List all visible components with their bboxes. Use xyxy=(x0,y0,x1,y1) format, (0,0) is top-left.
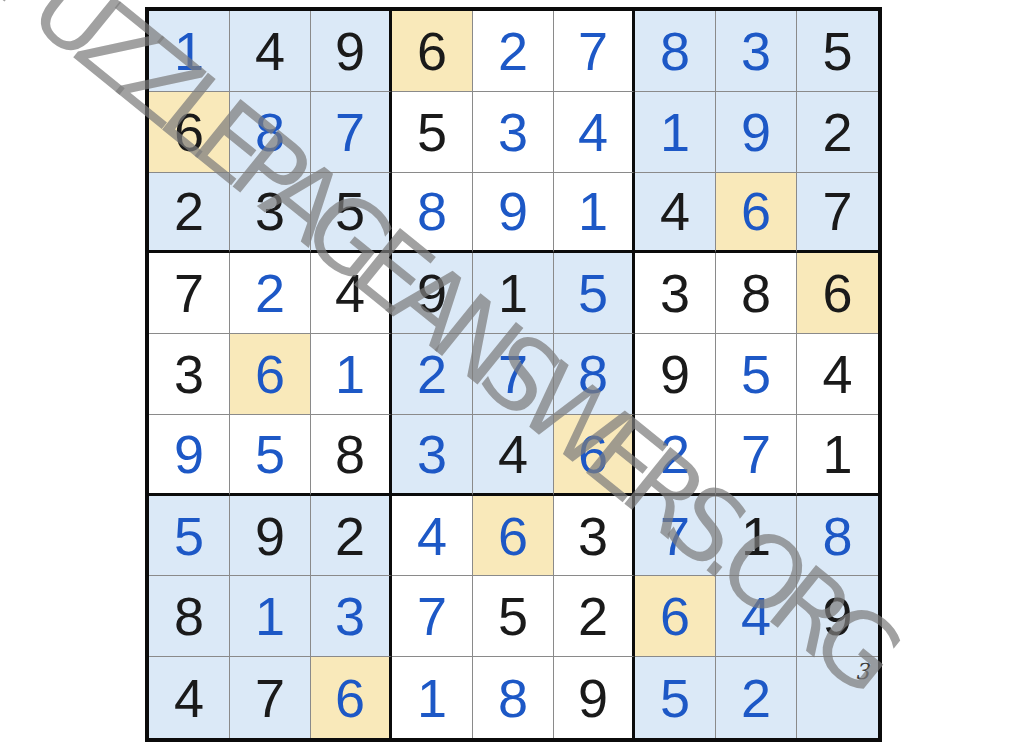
cell-digit: 5 xyxy=(174,509,204,563)
sudoku-cell-r1c1[interactable]: 1 xyxy=(149,11,230,92)
sudoku-cell-r1c9[interactable]: 5 xyxy=(797,11,878,92)
sudoku-cell-r8c8[interactable]: 4 xyxy=(716,576,797,657)
sudoku-cell-r4c5[interactable]: 1 xyxy=(473,253,554,334)
sudoku-cell-r3c8[interactable]: 6 xyxy=(716,173,797,254)
sudoku-cell-r7c4[interactable]: 4 xyxy=(392,496,473,577)
cell-digit: 9 xyxy=(578,671,608,725)
sudoku-cell-r8c7[interactable]: 6 xyxy=(635,576,716,657)
sudoku-cell-r4c8[interactable]: 8 xyxy=(716,253,797,334)
cell-digit: 8 xyxy=(822,509,852,563)
cell-digit: 4 xyxy=(335,266,365,320)
cell-digit: 8 xyxy=(498,671,528,725)
sudoku-cell-r5c3[interactable]: 1 xyxy=(311,334,392,415)
cell-digit: 9 xyxy=(255,509,285,563)
cell-digit: 2 xyxy=(417,347,447,401)
cell-digit: 5 xyxy=(255,427,285,481)
sudoku-cell-r6c5[interactable]: 4 xyxy=(473,415,554,496)
sudoku-cell-r9c5[interactable]: 8 xyxy=(473,657,554,738)
cell-digit: 1 xyxy=(578,184,608,238)
sudoku-cell-r7c2[interactable]: 9 xyxy=(230,496,311,577)
cell-digit: 2 xyxy=(578,589,608,643)
sudoku-cell-r4c4[interactable]: 9 xyxy=(392,253,473,334)
cell-digit: 9 xyxy=(498,184,528,238)
cell-digit: 6 xyxy=(498,509,528,563)
sudoku-cell-r9c8[interactable]: 2 xyxy=(716,657,797,738)
cell-digit: 1 xyxy=(822,427,852,481)
sudoku-cell-r1c3[interactable]: 9 xyxy=(311,11,392,92)
sudoku-cell-r7c5[interactable]: 6 xyxy=(473,496,554,577)
sudoku-cell-r2c7[interactable]: 1 xyxy=(635,92,716,173)
cell-digit: 7 xyxy=(174,266,204,320)
cell-digit: 8 xyxy=(417,184,447,238)
sudoku-cell-r8c1[interactable]: 8 xyxy=(149,576,230,657)
cell-digit: 2 xyxy=(498,24,528,78)
sudoku-cell-r9c6[interactable]: 9 xyxy=(554,657,635,738)
sudoku-cell-r9c1[interactable]: 4 xyxy=(149,657,230,738)
cell-digit: 7 xyxy=(578,24,608,78)
cell-digit: 1 xyxy=(335,347,365,401)
cell-digit: 9 xyxy=(174,427,204,481)
sudoku-cell-r7c9[interactable]: 8 xyxy=(797,496,878,577)
cell-digit: 6 xyxy=(822,266,852,320)
sudoku-cell-r5c5[interactable]: 7 xyxy=(473,334,554,415)
sudoku-cell-r5c1[interactable]: 3 xyxy=(149,334,230,415)
sudoku-cell-r2c2[interactable]: 8 xyxy=(230,92,311,173)
cell-digit: 2 xyxy=(174,184,204,238)
cell-digit: 8 xyxy=(174,589,204,643)
sudoku-cell-r1c6[interactable]: 7 xyxy=(554,11,635,92)
cell-digit: 3 xyxy=(174,347,204,401)
sudoku-cell-r9c9[interactable]: 3 xyxy=(797,657,878,738)
sudoku-cell-r9c2[interactable]: 7 xyxy=(230,657,311,738)
sudoku-cell-r4c9[interactable]: 6 xyxy=(797,253,878,334)
cell-digit: 1 xyxy=(498,266,528,320)
cell-digit: 2 xyxy=(741,671,771,725)
cell-digit: 7 xyxy=(335,105,365,159)
cell-digit: 6 xyxy=(578,427,608,481)
page: 1496278356875341922358914677249153863612… xyxy=(0,0,1024,749)
cell-digit: 8 xyxy=(660,24,690,78)
sudoku-cell-r6c9[interactable]: 1 xyxy=(797,415,878,496)
sudoku-cell-r3c3[interactable]: 5 xyxy=(311,173,392,254)
cell-digit: 4 xyxy=(498,427,528,481)
cell-digit: 4 xyxy=(255,24,285,78)
pencil-mark: 3 xyxy=(855,661,869,683)
cell-digit: 1 xyxy=(660,105,690,159)
sudoku-cell-r3c9[interactable]: 7 xyxy=(797,173,878,254)
cell-digit: 5 xyxy=(741,347,771,401)
cell-digit: 8 xyxy=(741,266,771,320)
sudoku-cell-r3c6[interactable]: 1 xyxy=(554,173,635,254)
sudoku-cell-r4c6[interactable]: 5 xyxy=(554,253,635,334)
sudoku-cell-r6c7[interactable]: 2 xyxy=(635,415,716,496)
sudoku-cell-r3c4[interactable]: 8 xyxy=(392,173,473,254)
cell-digit: 2 xyxy=(660,427,690,481)
cell-digit: 1 xyxy=(174,24,204,78)
cell-digit: 9 xyxy=(741,105,771,159)
cell-digit: 3 xyxy=(255,184,285,238)
cell-digit: 3 xyxy=(335,589,365,643)
cell-digit: 6 xyxy=(417,24,447,78)
cell-digit: 6 xyxy=(335,671,365,725)
cell-digit: 8 xyxy=(578,347,608,401)
cell-digit: 4 xyxy=(660,184,690,238)
sudoku-cell-r8c5[interactable]: 5 xyxy=(473,576,554,657)
cell-digit: 1 xyxy=(417,671,447,725)
sudoku-cell-r3c7[interactable]: 4 xyxy=(635,173,716,254)
cell-digit: 4 xyxy=(741,589,771,643)
sudoku-cell-r8c6[interactable]: 2 xyxy=(554,576,635,657)
cell-digit: 6 xyxy=(741,184,771,238)
sudoku-cell-r2c3[interactable]: 7 xyxy=(311,92,392,173)
sudoku-cell-r1c7[interactable]: 8 xyxy=(635,11,716,92)
cell-digit: 7 xyxy=(660,509,690,563)
sudoku-cell-r8c9[interactable]: 9 xyxy=(797,576,878,657)
sudoku-cell-r5c6[interactable]: 8 xyxy=(554,334,635,415)
sudoku-cell-r7c1[interactable]: 5 xyxy=(149,496,230,577)
sudoku-cell-r2c4[interactable]: 5 xyxy=(392,92,473,173)
sudoku-cell-r5c8[interactable]: 5 xyxy=(716,334,797,415)
sudoku-cell-r1c8[interactable]: 3 xyxy=(716,11,797,92)
sudoku-cell-r6c6[interactable]: 6 xyxy=(554,415,635,496)
sudoku-cell-r7c6[interactable]: 3 xyxy=(554,496,635,577)
cell-digit: 7 xyxy=(417,589,447,643)
sudoku-cell-r9c3[interactable]: 6 xyxy=(311,657,392,738)
cell-digit: 2 xyxy=(822,105,852,159)
cell-digit: 3 xyxy=(660,266,690,320)
cell-digit: 9 xyxy=(417,266,447,320)
sudoku-cell-r4c1[interactable]: 7 xyxy=(149,253,230,334)
cell-digit: 7 xyxy=(255,671,285,725)
cell-digit: 1 xyxy=(741,509,771,563)
sudoku-cell-r6c2[interactable]: 5 xyxy=(230,415,311,496)
cell-digit: 6 xyxy=(255,347,285,401)
sudoku-cell-r5c9[interactable]: 4 xyxy=(797,334,878,415)
cell-digit: 9 xyxy=(822,589,852,643)
sudoku-cell-r8c4[interactable]: 7 xyxy=(392,576,473,657)
cell-digit: 8 xyxy=(335,427,365,481)
cell-digit: 7 xyxy=(741,427,771,481)
cell-digit: 4 xyxy=(578,105,608,159)
cell-digit: 5 xyxy=(417,105,447,159)
cell-digit: 2 xyxy=(255,266,285,320)
sudoku-cell-r7c7[interactable]: 7 xyxy=(635,496,716,577)
cell-digit: 4 xyxy=(822,347,852,401)
cell-digit: 1 xyxy=(255,589,285,643)
cell-digit: 7 xyxy=(498,347,528,401)
sudoku-cell-r6c1[interactable]: 9 xyxy=(149,415,230,496)
sudoku-cell-r7c8[interactable]: 1 xyxy=(716,496,797,577)
sudoku-cell-r2c8[interactable]: 9 xyxy=(716,92,797,173)
sudoku-cell-r4c2[interactable]: 2 xyxy=(230,253,311,334)
cell-digit: 2 xyxy=(335,509,365,563)
cell-digit: 3 xyxy=(498,105,528,159)
sudoku-cell-r4c7[interactable]: 3 xyxy=(635,253,716,334)
sudoku-cell-r5c2[interactable]: 6 xyxy=(230,334,311,415)
sudoku-cell-r2c5[interactable]: 3 xyxy=(473,92,554,173)
sudoku-cell-r6c8[interactable]: 7 xyxy=(716,415,797,496)
cell-digit: 4 xyxy=(417,509,447,563)
cell-digit: 5 xyxy=(498,589,528,643)
cell-digit: 3 xyxy=(417,427,447,481)
sudoku-cell-r8c3[interactable]: 3 xyxy=(311,576,392,657)
sudoku-cell-r3c2[interactable]: 3 xyxy=(230,173,311,254)
sudoku-cell-r2c6[interactable]: 4 xyxy=(554,92,635,173)
sudoku-cell-r3c5[interactable]: 9 xyxy=(473,173,554,254)
sudoku-cell-r5c7[interactable]: 9 xyxy=(635,334,716,415)
cell-digit: 6 xyxy=(174,105,204,159)
cell-digit: 4 xyxy=(174,671,204,725)
sudoku-board: 1496278356875341922358914677249153863612… xyxy=(145,7,882,742)
sudoku-cell-r8c2[interactable]: 1 xyxy=(230,576,311,657)
sudoku-cell-r1c5[interactable]: 2 xyxy=(473,11,554,92)
cell-digit: 8 xyxy=(255,105,285,159)
sudoku-cell-r7c3[interactable]: 2 xyxy=(311,496,392,577)
cell-digit: 3 xyxy=(578,509,608,563)
sudoku-cell-r6c4[interactable]: 3 xyxy=(392,415,473,496)
sudoku-cell-r1c4[interactable]: 6 xyxy=(392,11,473,92)
cell-digit: 5 xyxy=(660,671,690,725)
sudoku-cell-r2c9[interactable]: 2 xyxy=(797,92,878,173)
cell-digit: 7 xyxy=(822,184,852,238)
sudoku-cell-r6c3[interactable]: 8 xyxy=(311,415,392,496)
sudoku-cell-r1c2[interactable]: 4 xyxy=(230,11,311,92)
sudoku-cell-r9c4[interactable]: 1 xyxy=(392,657,473,738)
cell-digit: 9 xyxy=(335,24,365,78)
cell-digit: 5 xyxy=(335,184,365,238)
sudoku-cell-r4c3[interactable]: 4 xyxy=(311,253,392,334)
cell-digit: 6 xyxy=(660,589,690,643)
sudoku-cell-r2c1[interactable]: 6 xyxy=(149,92,230,173)
cell-digit: 5 xyxy=(822,24,852,78)
cell-digit: 9 xyxy=(660,347,690,401)
cell-digit: 5 xyxy=(578,266,608,320)
sudoku-cell-r5c4[interactable]: 2 xyxy=(392,334,473,415)
cell-digit: 3 xyxy=(741,24,771,78)
sudoku-cell-r9c7[interactable]: 5 xyxy=(635,657,716,738)
sudoku-cell-r3c1[interactable]: 2 xyxy=(149,173,230,254)
